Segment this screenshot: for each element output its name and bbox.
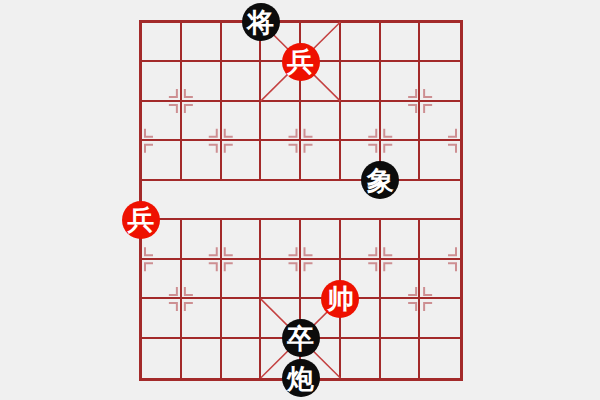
piece-black-general[interactable]: 将 bbox=[242, 3, 280, 41]
piece-red-soldier[interactable]: 兵 bbox=[282, 43, 320, 81]
piece-red-general[interactable]: 帅 bbox=[321, 280, 359, 318]
piece-black-elephant[interactable]: 象 bbox=[361, 161, 399, 199]
pieces-layer: 将兵象兵帅卒炮 bbox=[0, 0, 600, 400]
xiangqi-app: 将兵象兵帅卒炮 bbox=[0, 0, 600, 400]
piece-red-soldier[interactable]: 兵 bbox=[122, 201, 160, 239]
piece-black-cannon[interactable]: 炮 bbox=[282, 359, 320, 397]
piece-black-soldier[interactable]: 卒 bbox=[282, 319, 320, 357]
screenshot-root: { "game": "xiangqi", "position": { "fen"… bbox=[0, 0, 600, 400]
